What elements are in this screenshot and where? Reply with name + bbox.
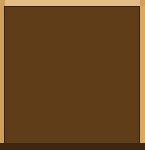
rank-labels xyxy=(140,6,145,143)
board-bottom-frame xyxy=(0,143,145,150)
shogi-board[interactable] xyxy=(4,6,140,144)
